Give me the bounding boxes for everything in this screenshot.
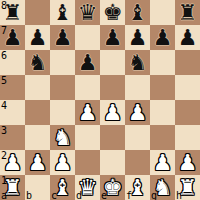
square-b4[interactable] xyxy=(25,100,50,125)
square-d8[interactable]: ♛ xyxy=(75,0,100,25)
square-a2[interactable]: ♟2 xyxy=(0,150,25,175)
piece-white-pawn[interactable]: ♟ xyxy=(75,100,100,125)
square-b1[interactable]: b xyxy=(25,175,50,200)
square-a3[interactable]: 3 xyxy=(0,125,25,150)
square-c8[interactable]: ♝ xyxy=(50,0,75,25)
square-d4[interactable]: ♟ xyxy=(75,100,100,125)
piece-black-king[interactable]: ♚ xyxy=(100,0,125,25)
square-h5[interactable] xyxy=(175,75,200,100)
square-d3[interactable] xyxy=(75,125,100,150)
square-g4[interactable] xyxy=(150,100,175,125)
rank-label-4: 4 xyxy=(1,100,7,111)
square-c5[interactable] xyxy=(50,75,75,100)
piece-white-rook[interactable]: ♜ xyxy=(0,175,25,200)
square-e3[interactable] xyxy=(100,125,125,150)
square-f4[interactable]: ♟ xyxy=(125,100,150,125)
file-label-b: b xyxy=(26,190,32,200)
square-a7[interactable]: ♟7 xyxy=(0,25,25,50)
rank-label-3: 3 xyxy=(1,125,7,136)
square-h3[interactable] xyxy=(175,125,200,150)
piece-black-rook[interactable]: ♜ xyxy=(0,0,25,25)
square-d1[interactable]: ♛d xyxy=(75,175,100,200)
square-b8[interactable] xyxy=(25,0,50,25)
square-f6[interactable]: ♞ xyxy=(125,50,150,75)
piece-black-knight[interactable]: ♞ xyxy=(25,50,50,75)
square-b6[interactable]: ♞ xyxy=(25,50,50,75)
square-c2[interactable]: ♟ xyxy=(50,150,75,175)
square-e5[interactable] xyxy=(100,75,125,100)
piece-white-bishop[interactable]: ♝ xyxy=(125,175,150,200)
square-b2[interactable]: ♟ xyxy=(25,150,50,175)
square-h4[interactable] xyxy=(175,100,200,125)
chess-board: ♜8♝♛♚♝♜♟7♟♟♟♟♟♟6♞♟♞54♟♟♟3♞♟2♟♟♟♟♜1ab♝c♛d… xyxy=(0,0,200,200)
piece-white-pawn[interactable]: ♟ xyxy=(175,150,200,175)
square-f8[interactable]: ♝ xyxy=(125,0,150,25)
piece-black-knight[interactable]: ♞ xyxy=(125,50,150,75)
square-g1[interactable]: ♞g xyxy=(150,175,175,200)
square-g2[interactable]: ♟ xyxy=(150,150,175,175)
piece-black-pawn[interactable]: ♟ xyxy=(175,25,200,50)
piece-black-queen[interactable]: ♛ xyxy=(75,0,100,25)
square-c7[interactable]: ♟ xyxy=(50,25,75,50)
square-g6[interactable] xyxy=(150,50,175,75)
square-e8[interactable]: ♚ xyxy=(100,0,125,25)
square-c4[interactable] xyxy=(50,100,75,125)
piece-white-pawn[interactable]: ♟ xyxy=(0,150,25,175)
piece-white-pawn[interactable]: ♟ xyxy=(150,150,175,175)
square-a6[interactable]: 6 xyxy=(0,50,25,75)
square-f1[interactable]: ♝f xyxy=(125,175,150,200)
square-f3[interactable] xyxy=(125,125,150,150)
piece-black-pawn[interactable]: ♟ xyxy=(150,25,175,50)
square-h2[interactable]: ♟ xyxy=(175,150,200,175)
square-d7[interactable] xyxy=(75,25,100,50)
rank-label-5: 5 xyxy=(1,75,7,86)
piece-white-knight[interactable]: ♞ xyxy=(50,125,75,150)
piece-white-pawn[interactable]: ♟ xyxy=(25,150,50,175)
square-f7[interactable]: ♟ xyxy=(125,25,150,50)
piece-white-pawn[interactable]: ♟ xyxy=(125,100,150,125)
square-h8[interactable]: ♜ xyxy=(175,0,200,25)
piece-white-bishop[interactable]: ♝ xyxy=(50,175,75,200)
square-e7[interactable]: ♟ xyxy=(100,25,125,50)
piece-white-rook[interactable]: ♜ xyxy=(175,175,200,200)
square-a5[interactable]: 5 xyxy=(0,75,25,100)
piece-white-knight[interactable]: ♞ xyxy=(150,175,175,200)
square-f2[interactable] xyxy=(125,150,150,175)
piece-black-pawn[interactable]: ♟ xyxy=(75,50,100,75)
square-d5[interactable] xyxy=(75,75,100,100)
square-h6[interactable] xyxy=(175,50,200,75)
piece-black-pawn[interactable]: ♟ xyxy=(0,25,25,50)
piece-white-pawn[interactable]: ♟ xyxy=(100,100,125,125)
square-e1[interactable]: ♚e xyxy=(100,175,125,200)
square-g8[interactable] xyxy=(150,0,175,25)
piece-white-pawn[interactable]: ♟ xyxy=(50,150,75,175)
square-f5[interactable] xyxy=(125,75,150,100)
square-g3[interactable] xyxy=(150,125,175,150)
square-b5[interactable] xyxy=(25,75,50,100)
square-g7[interactable]: ♟ xyxy=(150,25,175,50)
square-e4[interactable]: ♟ xyxy=(100,100,125,125)
square-g5[interactable] xyxy=(150,75,175,100)
square-a4[interactable]: 4 xyxy=(0,100,25,125)
rank-label-6: 6 xyxy=(1,50,7,61)
square-e2[interactable] xyxy=(100,150,125,175)
piece-black-bishop[interactable]: ♝ xyxy=(125,0,150,25)
square-c6[interactable] xyxy=(50,50,75,75)
square-c1[interactable]: ♝c xyxy=(50,175,75,200)
piece-black-pawn[interactable]: ♟ xyxy=(125,25,150,50)
piece-black-pawn[interactable]: ♟ xyxy=(100,25,125,50)
square-a1[interactable]: ♜1a xyxy=(0,175,25,200)
piece-black-bishop[interactable]: ♝ xyxy=(50,0,75,25)
square-a8[interactable]: ♜8 xyxy=(0,0,25,25)
square-b7[interactable]: ♟ xyxy=(25,25,50,50)
square-c3[interactable]: ♞ xyxy=(50,125,75,150)
piece-black-pawn[interactable]: ♟ xyxy=(50,25,75,50)
square-d2[interactable] xyxy=(75,150,100,175)
square-b3[interactable] xyxy=(25,125,50,150)
piece-white-queen[interactable]: ♛ xyxy=(75,175,100,200)
square-e6[interactable] xyxy=(100,50,125,75)
piece-white-king[interactable]: ♚ xyxy=(100,175,125,200)
piece-black-pawn[interactable]: ♟ xyxy=(25,25,50,50)
square-h7[interactable]: ♟ xyxy=(175,25,200,50)
piece-black-rook[interactable]: ♜ xyxy=(175,0,200,25)
square-h1[interactable]: ♜h xyxy=(175,175,200,200)
square-d6[interactable]: ♟ xyxy=(75,50,100,75)
